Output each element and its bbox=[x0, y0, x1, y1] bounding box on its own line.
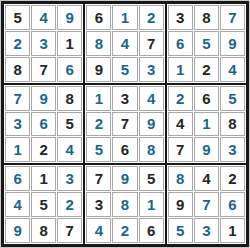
cell-r5c7[interactable]: 4 bbox=[168, 112, 193, 137]
cell-r9c9[interactable]: 1 bbox=[220, 218, 245, 243]
cell-r8c9[interactable]: 6 bbox=[220, 192, 245, 217]
cell-r2c3[interactable]: 1 bbox=[57, 31, 82, 56]
cell-r7c4[interactable]: 7 bbox=[86, 166, 111, 191]
sudoku-board: 5492318766128479533876591247983651241342… bbox=[1, 1, 249, 247]
cell-r6c8[interactable]: 9 bbox=[194, 137, 219, 162]
sudoku-box-5: 134279568 bbox=[84, 84, 165, 165]
cell-r2c2[interactable]: 3 bbox=[31, 31, 56, 56]
sudoku-box-3: 387659124 bbox=[166, 3, 247, 84]
cell-r2c1[interactable]: 2 bbox=[5, 31, 30, 56]
cell-r8c2[interactable]: 5 bbox=[31, 192, 56, 217]
cell-r3c8[interactable]: 2 bbox=[194, 57, 219, 82]
cell-r5c2[interactable]: 6 bbox=[31, 112, 56, 137]
cell-r6c9[interactable]: 3 bbox=[220, 137, 245, 162]
cell-r7c7[interactable]: 8 bbox=[168, 166, 193, 191]
sudoku-box-9: 842976531 bbox=[166, 164, 247, 245]
cell-r5c4[interactable]: 2 bbox=[86, 112, 111, 137]
cell-r6c2[interactable]: 2 bbox=[31, 137, 56, 162]
cell-r3c5[interactable]: 5 bbox=[112, 57, 137, 82]
cell-r1c8[interactable]: 8 bbox=[194, 5, 219, 30]
cell-r8c5[interactable]: 8 bbox=[112, 192, 137, 217]
cell-r1c2[interactable]: 4 bbox=[31, 5, 56, 30]
cell-r5c6[interactable]: 9 bbox=[139, 112, 164, 137]
cell-r7c6[interactable]: 5 bbox=[139, 166, 164, 191]
cell-r9c1[interactable]: 9 bbox=[5, 218, 30, 243]
cell-r2c6[interactable]: 7 bbox=[139, 31, 164, 56]
cell-r8c1[interactable]: 4 bbox=[5, 192, 30, 217]
sudoku-board-frame: 5492318766128479533876591247983651241342… bbox=[0, 0, 250, 248]
cell-r2c4[interactable]: 8 bbox=[86, 31, 111, 56]
cell-r9c6[interactable]: 6 bbox=[139, 218, 164, 243]
cell-r9c3[interactable]: 7 bbox=[57, 218, 82, 243]
cell-r2c9[interactable]: 9 bbox=[220, 31, 245, 56]
cell-r3c4[interactable]: 9 bbox=[86, 57, 111, 82]
sudoku-box-1: 549231876 bbox=[3, 3, 84, 84]
cell-r8c6[interactable]: 1 bbox=[139, 192, 164, 217]
cell-r3c2[interactable]: 7 bbox=[31, 57, 56, 82]
cell-r8c3[interactable]: 2 bbox=[57, 192, 82, 217]
cell-r9c5[interactable]: 2 bbox=[112, 218, 137, 243]
cell-r7c2[interactable]: 1 bbox=[31, 166, 56, 191]
cell-r6c6[interactable]: 8 bbox=[139, 137, 164, 162]
cell-r5c5[interactable]: 7 bbox=[112, 112, 137, 137]
cell-r4c2[interactable]: 9 bbox=[31, 86, 56, 111]
cell-r7c9[interactable]: 2 bbox=[220, 166, 245, 191]
cell-r4c5[interactable]: 3 bbox=[112, 86, 137, 111]
cell-r4c3[interactable]: 8 bbox=[57, 86, 82, 111]
cell-r1c1[interactable]: 5 bbox=[5, 5, 30, 30]
sudoku-box-6: 265418793 bbox=[166, 84, 247, 165]
cell-r2c7[interactable]: 6 bbox=[168, 31, 193, 56]
cell-r7c3[interactable]: 3 bbox=[57, 166, 82, 191]
cell-r7c8[interactable]: 4 bbox=[194, 166, 219, 191]
cell-r6c5[interactable]: 6 bbox=[112, 137, 137, 162]
cell-r7c5[interactable]: 9 bbox=[112, 166, 137, 191]
cell-r4c7[interactable]: 2 bbox=[168, 86, 193, 111]
cell-r9c4[interactable]: 4 bbox=[86, 218, 111, 243]
cell-r5c8[interactable]: 1 bbox=[194, 112, 219, 137]
cell-r4c6[interactable]: 4 bbox=[139, 86, 164, 111]
cell-r5c3[interactable]: 5 bbox=[57, 112, 82, 137]
sudoku-box-7: 613452987 bbox=[3, 164, 84, 245]
cell-r1c9[interactable]: 7 bbox=[220, 5, 245, 30]
cell-r5c9[interactable]: 8 bbox=[220, 112, 245, 137]
cell-r3c7[interactable]: 1 bbox=[168, 57, 193, 82]
sudoku-box-2: 612847953 bbox=[84, 3, 165, 84]
cell-r6c3[interactable]: 4 bbox=[57, 137, 82, 162]
cell-r8c4[interactable]: 3 bbox=[86, 192, 111, 217]
cell-r1c6[interactable]: 2 bbox=[139, 5, 164, 30]
cell-r6c4[interactable]: 5 bbox=[86, 137, 111, 162]
cell-r8c7[interactable]: 9 bbox=[168, 192, 193, 217]
cell-r4c9[interactable]: 5 bbox=[220, 86, 245, 111]
cell-r6c7[interactable]: 7 bbox=[168, 137, 193, 162]
cell-r8c8[interactable]: 7 bbox=[194, 192, 219, 217]
cell-r3c6[interactable]: 3 bbox=[139, 57, 164, 82]
cell-r3c3[interactable]: 6 bbox=[57, 57, 82, 82]
cell-r4c8[interactable]: 6 bbox=[194, 86, 219, 111]
cell-r6c1[interactable]: 1 bbox=[5, 137, 30, 162]
sudoku-box-4: 798365124 bbox=[3, 84, 84, 165]
cell-r1c3[interactable]: 9 bbox=[57, 5, 82, 30]
sudoku-box-8: 795381426 bbox=[84, 164, 165, 245]
cell-r4c1[interactable]: 7 bbox=[5, 86, 30, 111]
cell-r1c4[interactable]: 6 bbox=[86, 5, 111, 30]
cell-r3c1[interactable]: 8 bbox=[5, 57, 30, 82]
cell-r1c5[interactable]: 1 bbox=[112, 5, 137, 30]
cell-r2c8[interactable]: 5 bbox=[194, 31, 219, 56]
cell-r5c1[interactable]: 3 bbox=[5, 112, 30, 137]
cell-r9c8[interactable]: 3 bbox=[194, 218, 219, 243]
cell-r4c4[interactable]: 1 bbox=[86, 86, 111, 111]
cell-r9c7[interactable]: 5 bbox=[168, 218, 193, 243]
cell-r2c5[interactable]: 4 bbox=[112, 31, 137, 56]
cell-r7c1[interactable]: 6 bbox=[5, 166, 30, 191]
cell-r1c7[interactable]: 3 bbox=[168, 5, 193, 30]
cell-r3c9[interactable]: 4 bbox=[220, 57, 245, 82]
cell-r9c2[interactable]: 8 bbox=[31, 218, 56, 243]
